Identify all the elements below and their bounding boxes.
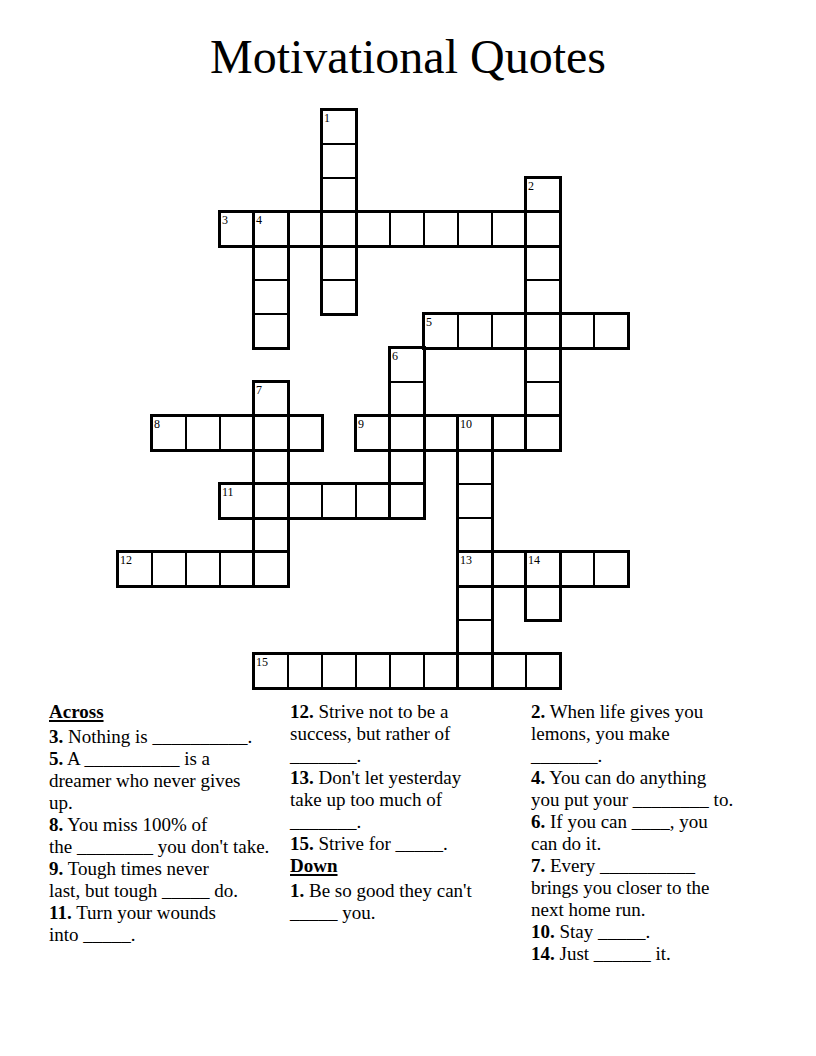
clue-item-text: A __________ is a dreamer who never give…	[49, 748, 241, 813]
grid-cell[interactable]	[457, 449, 493, 485]
clue-item-text: Every __________ brings you closer to th…	[531, 855, 709, 920]
grid-cell[interactable]	[355, 653, 391, 689]
grid-cell[interactable]	[219, 551, 255, 587]
grid-cell[interactable]	[253, 551, 289, 587]
clues-column-1: Across3. Nothing is __________.5. A ____…	[49, 701, 289, 946]
clue-item-10-down: 10. Stay _____.	[531, 921, 775, 943]
grid-cell[interactable]	[593, 313, 629, 349]
clue-item-1-down: 1. Be so good they can't _____ you.	[290, 880, 530, 924]
clue-item-text: Nothing is __________.	[68, 726, 252, 747]
grid-cell[interactable]	[525, 415, 561, 451]
grid-cell[interactable]	[287, 483, 323, 519]
clue-item-number: 3.	[49, 726, 63, 747]
grid-cell[interactable]	[321, 653, 357, 689]
clue-item-12-across: 12. Strive not to be a success, but rath…	[290, 701, 530, 767]
grid-cell[interactable]	[389, 483, 425, 519]
clue-item-number: 9.	[49, 858, 63, 879]
clue-item-4-down: 4. You can do anything you put your ____…	[531, 767, 775, 811]
clue-number: 6	[392, 350, 398, 362]
clue-item-5-across: 5. A __________ is a dreamer who never g…	[49, 748, 289, 814]
clue-number: 5	[426, 316, 432, 328]
clue-item-text: You miss 100% of the ________ you don't …	[49, 814, 269, 857]
clue-number: 3	[222, 214, 228, 226]
grid-cell[interactable]	[389, 211, 425, 247]
clue-number: 4	[256, 214, 262, 226]
clue-item-6-down: 6. If you can ____, you can do it.	[531, 811, 775, 855]
clues-header-across: Across	[49, 701, 289, 723]
clue-item-text: Tough times never last, but tough _____ …	[49, 858, 238, 901]
grid-cell[interactable]	[525, 347, 561, 383]
clue-item-8-across: 8. You miss 100% of the ________ you don…	[49, 814, 289, 858]
clue-item-number: 11.	[49, 902, 72, 923]
grid-cell[interactable]	[219, 415, 255, 451]
clue-item-11-across: 11. Turn your wounds into _____.	[49, 902, 289, 946]
grid-cell[interactable]	[457, 619, 493, 655]
clue-item-number: 14.	[531, 943, 555, 964]
grid-cell[interactable]	[457, 211, 493, 247]
clue-item-3-across: 3. Nothing is __________.	[49, 726, 289, 748]
clue-item-text: Don't let yesterday take up too much of …	[290, 767, 461, 832]
grid-cell[interactable]	[321, 211, 357, 247]
crossword-grid: 123456789101112131415	[117, 109, 629, 689]
clue-item-number: 13.	[290, 767, 314, 788]
grid-cell[interactable]	[185, 551, 221, 587]
grid-cell[interactable]	[457, 585, 493, 621]
grid-cell[interactable]	[287, 211, 323, 247]
grid-cell[interactable]	[355, 483, 391, 519]
grid-cell[interactable]	[525, 211, 561, 247]
page-title: Motivational Quotes	[0, 31, 816, 83]
grid-cell[interactable]	[253, 313, 289, 349]
grid-cell[interactable]	[423, 211, 459, 247]
grid-cell[interactable]	[491, 211, 527, 247]
clue-item-number: 10.	[531, 921, 555, 942]
grid-cell[interactable]	[253, 245, 289, 281]
clue-item-number: 8.	[49, 814, 63, 835]
clue-item-number: 2.	[531, 701, 545, 722]
grid-cell[interactable]	[185, 415, 221, 451]
grid-cell[interactable]	[321, 279, 357, 315]
worksheet-page: Motivational Quotes 12345678910111213141…	[0, 0, 816, 1056]
clue-item-number: 6.	[531, 811, 545, 832]
grid-cell[interactable]	[287, 415, 323, 451]
grid-cell[interactable]	[457, 653, 493, 689]
grid-cell[interactable]	[389, 415, 425, 451]
grid-cell[interactable]	[525, 279, 561, 315]
clue-item-text: Stay _____.	[560, 921, 651, 942]
grid-cell[interactable]	[525, 653, 561, 689]
grid-cell[interactable]	[525, 585, 561, 621]
clue-item-14-down: 14. Just ______ it.	[531, 943, 775, 965]
clue-number: 11	[222, 486, 234, 498]
grid-cell[interactable]	[151, 551, 187, 587]
clue-item-number: 12.	[290, 701, 314, 722]
grid-cell[interactable]	[355, 211, 391, 247]
clue-number: 7	[256, 384, 262, 396]
grid-cell[interactable]	[253, 449, 289, 485]
grid-cell[interactable]	[321, 177, 357, 213]
grid-cell[interactable]	[457, 517, 493, 553]
grid-cell[interactable]	[525, 245, 561, 281]
clue-item-text: You can do anything you put your _______…	[531, 767, 733, 810]
grid-cell[interactable]	[457, 313, 493, 349]
clue-number: 2	[528, 180, 534, 192]
clue-item-13-across: 13. Don't let yesterday take up too much…	[290, 767, 530, 833]
clue-item-text: Strive not to be a success, but rather o…	[290, 701, 450, 766]
clues-header-down: Down	[290, 855, 530, 877]
clue-number: 1	[324, 112, 330, 124]
grid-cell[interactable]	[491, 551, 527, 587]
clues-column-3: 2. When life gives you lemons, you make …	[531, 701, 775, 965]
grid-cell[interactable]	[253, 517, 289, 553]
grid-cell[interactable]	[491, 415, 527, 451]
clue-number: 14	[528, 554, 540, 566]
grid-cell[interactable]	[491, 313, 527, 349]
clue-item-15-across: 15. Strive for _____.	[290, 833, 530, 855]
clue-item-number: 15.	[290, 833, 314, 854]
clues-column-2: 12. Strive not to be a success, but rath…	[290, 701, 530, 924]
grid-cell[interactable]	[321, 245, 357, 281]
clue-number: 10	[460, 418, 472, 430]
clue-item-text: Be so good they can't _____ you.	[290, 880, 472, 923]
grid-cell[interactable]	[491, 653, 527, 689]
grid-cell[interactable]	[389, 449, 425, 485]
clue-item-number: 7.	[531, 855, 545, 876]
clue-item-7-down: 7. Every __________ brings you closer to…	[531, 855, 775, 921]
grid-cell[interactable]	[457, 483, 493, 519]
clue-number: 8	[154, 418, 160, 430]
grid-cell[interactable]	[593, 551, 629, 587]
grid-cell[interactable]	[423, 653, 459, 689]
clue-item-text: If you can ____, you can do it.	[531, 811, 708, 854]
grid-cell[interactable]	[525, 313, 561, 349]
clue-number: 12	[120, 554, 132, 566]
clue-item-text: Turn your wounds into _____.	[49, 902, 216, 945]
grid-cell[interactable]	[423, 415, 459, 451]
clue-number: 9	[358, 418, 364, 430]
grid-cell[interactable]	[321, 143, 357, 179]
grid-cell[interactable]	[253, 279, 289, 315]
grid-cell[interactable]	[559, 551, 595, 587]
grid-cell[interactable]	[389, 653, 425, 689]
grid-cell[interactable]	[525, 381, 561, 417]
clue-item-9-across: 9. Tough times never last, but tough ___…	[49, 858, 289, 902]
clue-item-number: 4.	[531, 767, 545, 788]
clue-item-2-down: 2. When life gives you lemons, you make …	[531, 701, 775, 767]
grid-cell[interactable]	[321, 483, 357, 519]
clue-item-text: When life gives you lemons, you make ___…	[531, 701, 703, 766]
grid-cell[interactable]	[253, 415, 289, 451]
grid-cell[interactable]	[559, 313, 595, 349]
clue-item-text: Strive for _____.	[319, 833, 448, 854]
clue-number: 15	[256, 656, 268, 668]
clue-item-text: Just ______ it.	[560, 943, 671, 964]
clue-item-number: 5.	[49, 748, 63, 769]
grid-cell[interactable]	[287, 653, 323, 689]
grid-cell[interactable]	[253, 483, 289, 519]
clue-item-number: 1.	[290, 880, 304, 901]
clue-number: 13	[460, 554, 472, 566]
grid-cell[interactable]	[389, 381, 425, 417]
